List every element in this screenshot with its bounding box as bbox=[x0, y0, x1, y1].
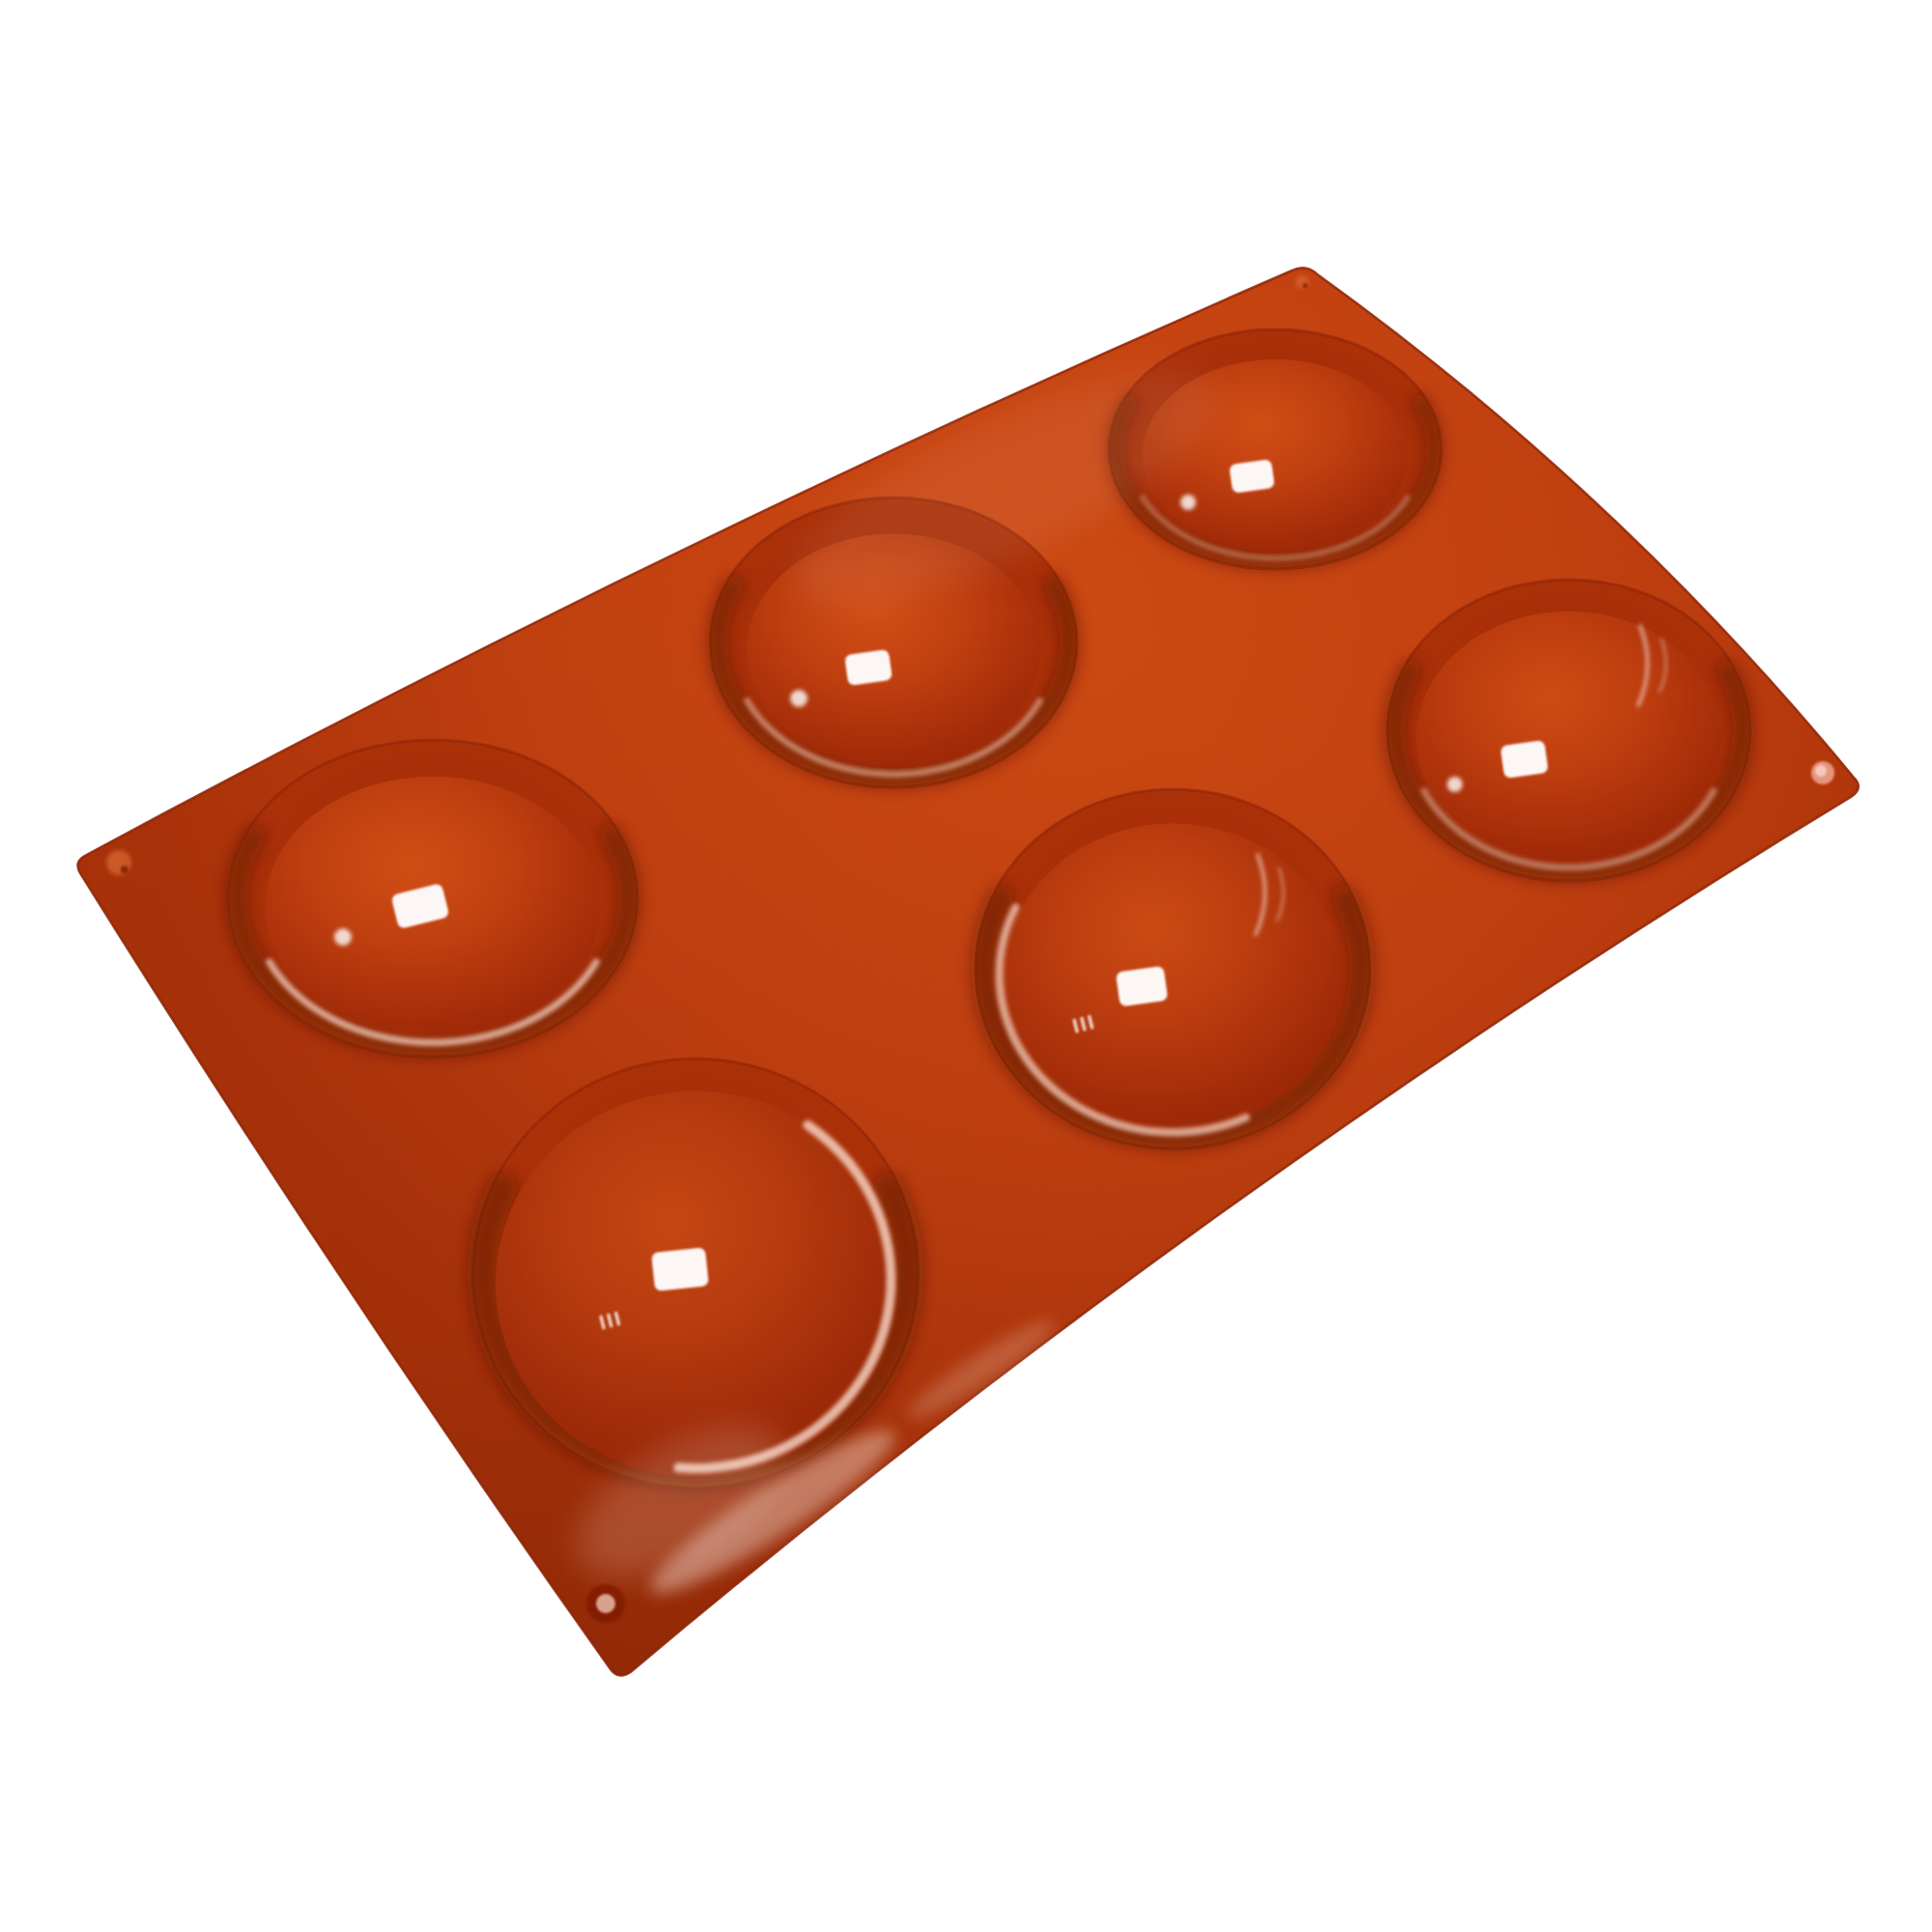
specular-dot bbox=[790, 690, 808, 707]
specular-dot bbox=[1447, 777, 1463, 792]
specular-highlight bbox=[1500, 740, 1548, 779]
specular-highlight bbox=[651, 1247, 709, 1292]
specular-dot bbox=[1180, 495, 1196, 510]
corner-hole-right bbox=[1811, 761, 1834, 784]
specular-highlight bbox=[1116, 966, 1169, 1008]
hole-center bbox=[596, 1594, 615, 1613]
silicone-mold-illustration bbox=[0, 0, 1932, 1932]
hole-speck bbox=[121, 866, 128, 873]
specular-dot bbox=[334, 928, 352, 946]
mold-cavity-near-middle bbox=[976, 789, 1370, 1149]
hole-center bbox=[1815, 765, 1827, 777]
mold-cavity-near-left bbox=[473, 1059, 918, 1488]
specular-highlight bbox=[1229, 459, 1275, 494]
corner-hole-bottom bbox=[586, 1584, 625, 1623]
product-photo bbox=[0, 0, 1932, 1932]
corner-hole-left bbox=[106, 850, 131, 875]
mold-cavity-far-left bbox=[228, 740, 638, 1057]
corner-hole-top bbox=[1295, 275, 1309, 289]
cavity-depth-tint bbox=[1416, 611, 1721, 865]
mold-cavity-near-right bbox=[1387, 580, 1750, 881]
specular-highlight bbox=[844, 649, 893, 686]
hole-speck bbox=[1303, 283, 1308, 288]
